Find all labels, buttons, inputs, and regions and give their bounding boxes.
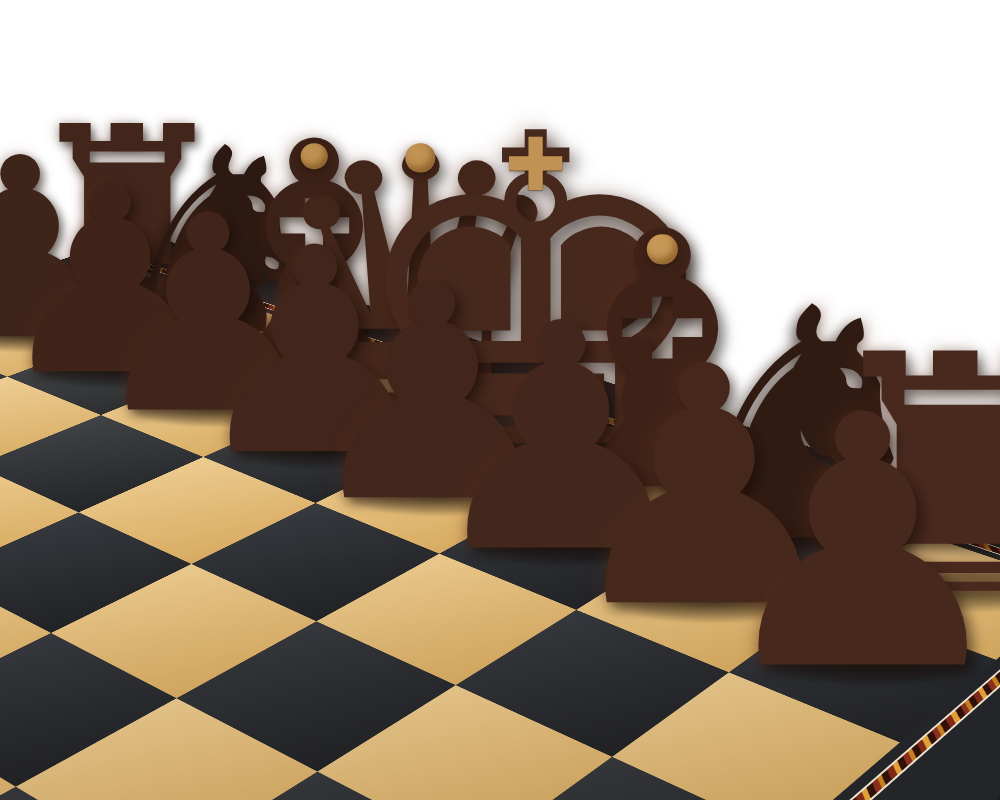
piece-dark-pawn-h7: ♟: [707, 370, 1000, 718]
pieces-layer: ♜♞♝♛♚✚♝♞♜♟♟♟♟♟♟♟♟: [0, 0, 1000, 800]
chess-set-product-photo: ♜♞♝♛♚✚♝♞♜♟♟♟♟♟♟♟♟: [0, 0, 1000, 800]
pawn-glyph: ♟: [707, 370, 1000, 718]
